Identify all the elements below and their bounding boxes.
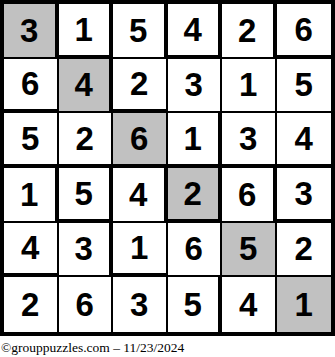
cell-r6c5[interactable]: 4 [222,277,277,332]
cell-r4c6[interactable]: 3 [277,168,332,223]
cell-r5c1[interactable]: 4 [4,223,59,278]
cell-r1c2[interactable]: 1 [59,4,114,59]
cell-r5c3[interactable]: 1 [113,223,168,278]
cell-r2c3[interactable]: 2 [113,59,168,114]
cell-r6c4[interactable]: 5 [168,277,223,332]
cell-r5c5[interactable]: 5 [222,223,277,278]
cell-r6c2[interactable]: 6 [59,277,114,332]
copyright-caption: ©grouppuzzles.com – 11/23/2024 [0,336,335,357]
cell-r1c5[interactable]: 2 [222,4,277,59]
cell-r1c3[interactable]: 5 [113,4,168,59]
puzzle-page: 315426642315526134154263431652263541 ©gr… [0,0,335,357]
cell-r2c6[interactable]: 5 [277,59,332,114]
cell-r5c4[interactable]: 6 [168,223,223,278]
cell-r1c1[interactable]: 3 [4,4,59,59]
cell-r1c6[interactable]: 6 [277,4,332,59]
cell-r3c4[interactable]: 1 [168,113,223,168]
cell-r4c4[interactable]: 2 [168,168,223,223]
cell-r3c1[interactable]: 5 [4,113,59,168]
cell-r5c2[interactable]: 3 [59,223,114,278]
cell-r2c5[interactable]: 1 [222,59,277,114]
cell-r2c2[interactable]: 4 [59,59,114,114]
cell-r6c3[interactable]: 3 [113,277,168,332]
cell-r4c2[interactable]: 5 [59,168,114,223]
cell-r3c2[interactable]: 2 [59,113,114,168]
cell-r4c3[interactable]: 4 [113,168,168,223]
cell-r3c3[interactable]: 6 [113,113,168,168]
cell-r3c6[interactable]: 4 [277,113,332,168]
cell-r4c5[interactable]: 6 [222,168,277,223]
cell-r6c6[interactable]: 1 [277,277,332,332]
cell-r1c4[interactable]: 4 [168,4,223,59]
cell-r6c1[interactable]: 2 [4,277,59,332]
cell-r3c5[interactable]: 3 [222,113,277,168]
cell-r2c4[interactable]: 3 [168,59,223,114]
cell-r5c6[interactable]: 2 [277,223,332,278]
cell-r2c1[interactable]: 6 [4,59,59,114]
sudoku-board: 315426642315526134154263431652263541 [0,0,335,336]
cell-r4c1[interactable]: 1 [4,168,59,223]
